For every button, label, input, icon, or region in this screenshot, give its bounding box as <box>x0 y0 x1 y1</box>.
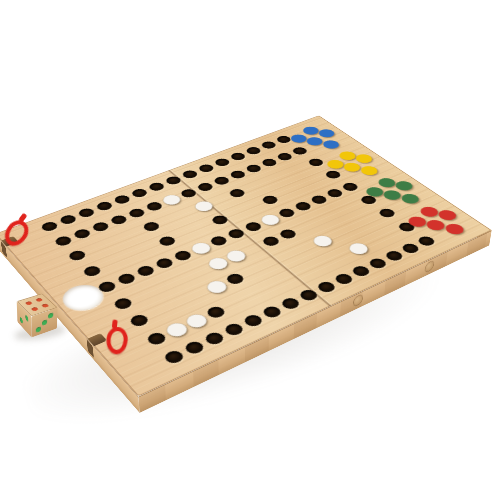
barricade-ball[interactable]: ● <box>339 237 374 257</box>
scene: Barricade (Malefiz) — wooden folding mar… <box>0 0 500 500</box>
board-hole[interactable] <box>261 305 284 320</box>
board-hole[interactable] <box>312 235 333 248</box>
board-hole[interactable] <box>309 194 329 205</box>
board-hole[interactable] <box>293 201 313 213</box>
board-hole[interactable] <box>260 157 279 167</box>
goal-hole[interactable] <box>56 280 111 315</box>
board-hole[interactable] <box>242 313 265 328</box>
board-hole[interactable] <box>377 207 398 219</box>
barricade-ball[interactable]: ● <box>198 275 234 297</box>
barricade-ball[interactable]: ● <box>199 252 234 273</box>
board-hole[interactable] <box>279 296 302 311</box>
barricade-ball[interactable]: ● <box>217 244 251 265</box>
board-hole[interactable] <box>203 331 227 347</box>
board-hole[interactable] <box>206 280 228 294</box>
die-pip <box>41 303 49 308</box>
die-pip <box>36 326 41 333</box>
board-hole[interactable] <box>244 146 263 156</box>
board-hole[interactable] <box>112 296 134 311</box>
die-pip <box>35 298 43 302</box>
board-hole[interactable] <box>277 228 298 240</box>
board-hole[interactable] <box>145 331 168 347</box>
board-hole[interactable] <box>53 235 74 248</box>
board-hole[interactable] <box>154 257 175 270</box>
board-hole[interactable] <box>244 163 263 173</box>
barricade-ball[interactable]: ● <box>304 230 338 250</box>
barricade-ball[interactable]: ● <box>183 237 217 257</box>
board-hole[interactable] <box>81 264 102 278</box>
board-hole[interactable] <box>208 235 229 248</box>
board-hole[interactable] <box>333 272 355 286</box>
board-hole[interactable] <box>207 257 229 270</box>
board-hole[interactable] <box>229 151 248 161</box>
board-hole[interactable] <box>275 152 294 162</box>
board-hole[interactable] <box>315 280 338 294</box>
board-hole[interactable] <box>96 280 118 294</box>
board-hole[interactable] <box>185 313 208 328</box>
board-hole[interactable] <box>222 322 245 337</box>
board-hole[interactable] <box>259 140 278 150</box>
board-hole[interactable] <box>190 242 211 255</box>
board-hole[interactable] <box>135 264 157 278</box>
board-hole[interactable] <box>227 188 247 199</box>
die-pip <box>25 301 33 306</box>
board-hole[interactable] <box>225 249 246 262</box>
board-hole[interactable] <box>260 194 280 205</box>
board-hole[interactable] <box>67 249 88 262</box>
board-hole[interactable] <box>180 169 199 180</box>
board-hole[interactable] <box>162 349 186 365</box>
barricade-ball[interactable]: ● <box>176 307 213 331</box>
board-hole[interactable] <box>290 146 309 156</box>
board-hole[interactable] <box>183 340 207 356</box>
board-hole[interactable] <box>224 272 246 286</box>
board-hole[interactable] <box>156 235 177 248</box>
board-hole[interactable] <box>325 188 345 199</box>
board-hole[interactable] <box>416 235 438 248</box>
board-hole[interactable] <box>212 175 231 186</box>
board-hole[interactable] <box>297 288 320 302</box>
hinge-peg <box>354 294 363 306</box>
board-hole[interactable] <box>350 264 372 278</box>
board-hole[interactable] <box>383 249 405 262</box>
board-hole[interactable] <box>228 169 247 180</box>
board-hole[interactable] <box>195 181 215 192</box>
board-hole[interactable] <box>213 157 232 167</box>
board-hole[interactable] <box>116 272 138 286</box>
board-hole[interactable] <box>172 249 193 262</box>
board-hole[interactable] <box>347 242 369 255</box>
board-hole[interactable] <box>128 313 151 328</box>
die-pip <box>31 307 39 312</box>
die-pip <box>25 314 28 322</box>
hinge-peg <box>425 261 434 273</box>
board-hole[interactable] <box>197 163 216 173</box>
board-hole[interactable] <box>260 235 281 248</box>
board-hole[interactable] <box>204 305 227 320</box>
board-hole[interactable] <box>165 322 188 337</box>
board-hole[interactable] <box>400 242 422 255</box>
board-hole[interactable] <box>367 257 389 270</box>
die-pip <box>48 312 53 319</box>
barricade-ball[interactable]: ● <box>157 316 194 341</box>
die-pip <box>42 319 47 326</box>
board-hole[interactable] <box>340 181 360 192</box>
die-pip <box>20 317 23 325</box>
